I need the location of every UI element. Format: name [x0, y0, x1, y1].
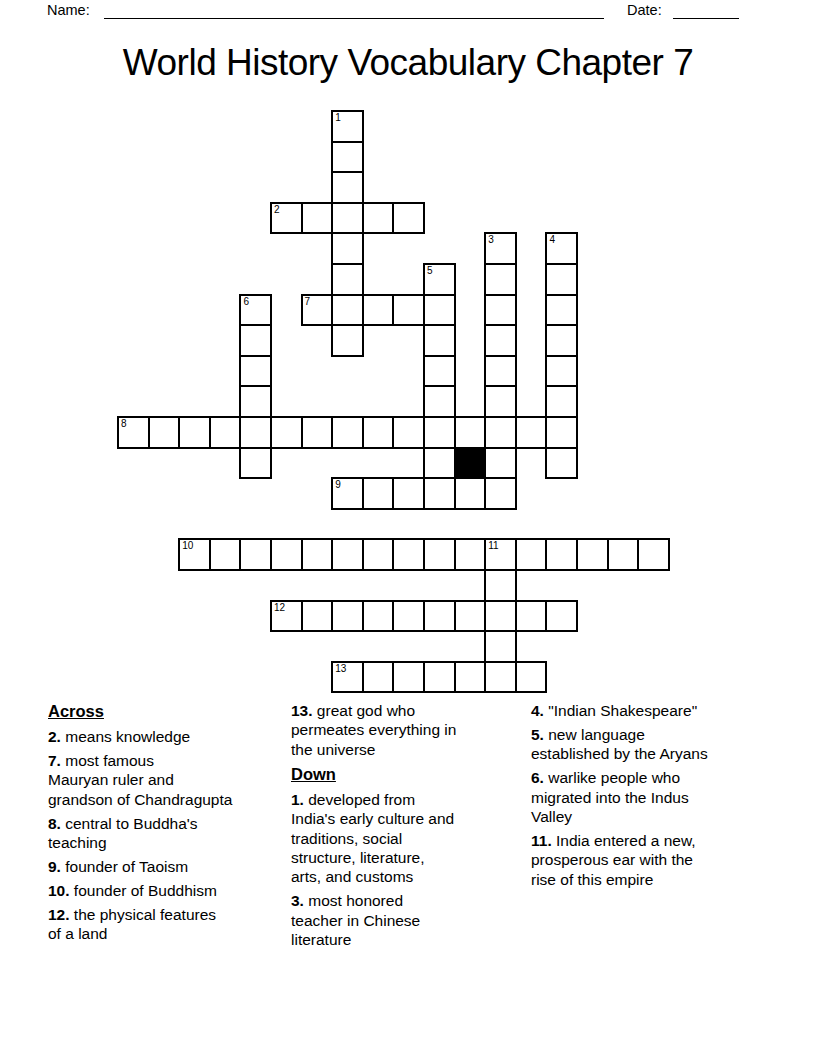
- clue-number: 12: [274, 602, 285, 613]
- clue-number: 13: [335, 663, 346, 674]
- crossword-cell[interactable]: [484, 263, 517, 296]
- crossword-cell[interactable]: [545, 447, 578, 480]
- crossword-cell[interactable]: [484, 477, 517, 510]
- crossword-cell[interactable]: [301, 416, 334, 449]
- clue-across-8: 8. central to Buddha's teaching: [48, 814, 285, 853]
- crossword-cell[interactable]: [545, 355, 578, 388]
- clues-down-heading: Down: [291, 764, 524, 784]
- crossword-cell[interactable]: [392, 477, 425, 510]
- crossword-cell[interactable]: [515, 538, 548, 571]
- clue-number-label: 4.: [531, 702, 544, 719]
- clue-number-label: 7.: [48, 752, 61, 769]
- clue-down-6: 6. warlike people who migrated into the …: [531, 768, 769, 826]
- crossword-cell[interactable]: [331, 263, 364, 296]
- crossword-cell[interactable]: [301, 538, 334, 571]
- crossword-cell[interactable]: [515, 600, 548, 633]
- crossword-cell[interactable]: [423, 447, 456, 480]
- clue-number-label: 11.: [531, 832, 552, 849]
- clue-number: 5: [427, 265, 433, 276]
- crossword-cell[interactable]: [484, 661, 517, 694]
- crossword-cell[interactable]: [423, 416, 456, 449]
- clue-text: central to Buddha's teaching: [48, 815, 197, 851]
- clue-across-13: 13. great god who permeates everything i…: [291, 701, 524, 759]
- clue-text: most honored teacher in Chinese literatu…: [291, 892, 420, 948]
- clue-number: 3: [488, 234, 494, 245]
- date-input-line[interactable]: [673, 18, 739, 19]
- crossword-cell[interactable]: [392, 538, 425, 571]
- crossword-cell[interactable]: [545, 600, 578, 633]
- clue-across-12: 12. the physical features of a land: [48, 905, 285, 944]
- crossword-cell[interactable]: [301, 202, 334, 235]
- clue-number: 11: [488, 540, 498, 551]
- clue-across-2: 2. means knowledge: [48, 727, 285, 746]
- crossword-cell[interactable]: 6: [239, 294, 272, 327]
- clue-number-label: 8.: [48, 815, 61, 832]
- clue-down-3: 3. most honored teacher in Chinese liter…: [291, 891, 524, 949]
- crossword-cell[interactable]: [423, 324, 456, 357]
- clue-text: founder of Buddhism: [70, 882, 217, 899]
- crossword-cell[interactable]: 1: [331, 110, 364, 143]
- clue-down-1: 1. developed from India's early culture …: [291, 790, 524, 887]
- crossword-cell[interactable]: [484, 324, 517, 357]
- crossword-cell[interactable]: [484, 569, 517, 602]
- crossword-cell[interactable]: [454, 661, 487, 694]
- crossword-cell[interactable]: [484, 600, 517, 633]
- clue-text: developed from India's early culture and…: [291, 791, 454, 886]
- crossword-cell[interactable]: [209, 416, 242, 449]
- crossword-cell[interactable]: [423, 600, 456, 633]
- crossword-cell[interactable]: [454, 538, 487, 571]
- clue-number: 1: [335, 112, 341, 123]
- crossword-cell[interactable]: [607, 538, 640, 571]
- clues-column-3: 4. "Indian Shakespeare"5. new language e…: [531, 701, 769, 894]
- crossword-cell[interactable]: [392, 202, 425, 235]
- crossword-cell[interactable]: [392, 600, 425, 633]
- crossword-cell[interactable]: [637, 538, 670, 571]
- crossword-cell[interactable]: [423, 355, 456, 388]
- crossword-cell[interactable]: [239, 385, 272, 418]
- clue-text: great god who permeates everything in th…: [291, 702, 456, 758]
- crossword-cell[interactable]: [239, 447, 272, 480]
- clue-text: "Indian Shakespeare": [544, 702, 697, 719]
- clue-number: 2: [274, 204, 280, 215]
- crossword-cell[interactable]: [484, 630, 517, 663]
- crossword-cell[interactable]: 7: [301, 294, 334, 327]
- crossword-cell[interactable]: 3: [484, 232, 517, 265]
- crossword-cell[interactable]: [239, 324, 272, 357]
- crossword-cell[interactable]: [362, 294, 395, 327]
- crossword-cell[interactable]: [454, 416, 487, 449]
- crossword-cell[interactable]: [148, 416, 181, 449]
- crossword-cell[interactable]: [576, 538, 609, 571]
- crossword-cell[interactable]: 11: [484, 538, 517, 571]
- crossword-cell[interactable]: [270, 538, 303, 571]
- clue-number-label: 6.: [531, 769, 544, 786]
- crossword-cell[interactable]: [331, 294, 364, 327]
- crossword-cell[interactable]: 13: [331, 661, 364, 694]
- crossword-cell[interactable]: [515, 416, 548, 449]
- clue-number: 10: [182, 540, 193, 551]
- crossword-cell[interactable]: [362, 600, 395, 633]
- crossword-cell[interactable]: [362, 538, 395, 571]
- clue-number: 4: [549, 234, 555, 245]
- clue-across-10: 10. founder of Buddhism: [48, 881, 285, 900]
- crossword-cell[interactable]: [423, 661, 456, 694]
- clue-text: most famous Mauryan ruler and grandson o…: [48, 752, 232, 808]
- clue-down-11: 11. India entered a new, prosperous ear …: [531, 831, 769, 889]
- crossword-cell[interactable]: [454, 477, 487, 510]
- block-cell: [454, 447, 487, 480]
- crossword-cell[interactable]: [209, 538, 242, 571]
- clue-number-label: 5.: [531, 726, 544, 743]
- crossword-cell[interactable]: [331, 232, 364, 265]
- crossword-cell[interactable]: [423, 385, 456, 418]
- clue-number: 7: [305, 296, 311, 307]
- crossword-cell[interactable]: [545, 324, 578, 357]
- clue-number-label: 10.: [48, 882, 70, 899]
- name-label: Name:: [47, 2, 90, 18]
- clue-number-label: 2.: [48, 728, 61, 745]
- crossword-cell[interactable]: [545, 263, 578, 296]
- crossword-cell[interactable]: [392, 416, 425, 449]
- name-input-line[interactable]: [104, 18, 604, 19]
- crossword-cell[interactable]: 5: [423, 263, 456, 296]
- clue-number-label: 3.: [291, 892, 304, 909]
- crossword-cell[interactable]: [545, 294, 578, 327]
- crossword-cell[interactable]: [392, 294, 425, 327]
- crossword-cell[interactable]: 9: [331, 477, 364, 510]
- crossword-cell[interactable]: [178, 416, 211, 449]
- date-label: Date:: [627, 2, 662, 18]
- crossword-cell[interactable]: 2: [270, 202, 303, 235]
- crossword-cell[interactable]: [362, 416, 395, 449]
- crossword-cell[interactable]: [331, 416, 364, 449]
- clue-number: 9: [335, 479, 341, 490]
- clues-column-2: 13. great god who permeates everything i…: [291, 701, 524, 954]
- clue-text: means knowledge: [61, 728, 190, 745]
- crossword-cell[interactable]: [423, 477, 456, 510]
- crossword-cell[interactable]: [484, 355, 517, 388]
- clue-number-label: 1.: [291, 791, 304, 808]
- crossword-cell[interactable]: [331, 202, 364, 235]
- crossword-cell[interactable]: [423, 294, 456, 327]
- crossword-cell[interactable]: [331, 600, 364, 633]
- clues-across-heading: Across: [48, 701, 285, 721]
- crossword-cell[interactable]: [423, 538, 456, 571]
- crossword-cell[interactable]: [515, 661, 548, 694]
- clue-down-4: 4. "Indian Shakespeare": [531, 701, 769, 720]
- crossword-cell[interactable]: [301, 600, 334, 633]
- clue-number-label: 13.: [291, 702, 313, 719]
- clue-number: 6: [243, 296, 249, 307]
- crossword-cell[interactable]: [331, 324, 364, 357]
- crossword-cell[interactable]: [362, 202, 395, 235]
- clue-down-5: 5. new language established by the Aryan…: [531, 725, 769, 764]
- crossword-cell[interactable]: [362, 661, 395, 694]
- crossword-cell[interactable]: [545, 538, 578, 571]
- clue-across-7: 7. most famous Mauryan ruler and grandso…: [48, 751, 285, 809]
- clue-text: the physical features of a land: [48, 906, 216, 942]
- crossword-cell[interactable]: [545, 416, 578, 449]
- crossword-cell[interactable]: 12: [270, 600, 303, 633]
- crossword-cell[interactable]: [239, 355, 272, 388]
- crossword-cell[interactable]: [331, 538, 364, 571]
- crossword-cell[interactable]: 4: [545, 232, 578, 265]
- crossword-cell[interactable]: [270, 416, 303, 449]
- crossword-cell[interactable]: [239, 416, 272, 449]
- clue-text: warlike people who migrated into the Ind…: [531, 769, 689, 825]
- crossword-cell[interactable]: [484, 294, 517, 327]
- clue-text: founder of Taoism: [61, 858, 188, 875]
- clues-column-1: Across2. means knowledge7. most famous M…: [48, 701, 285, 948]
- clue-across-9: 9. founder of Taoism: [48, 857, 285, 876]
- page-title: World History Vocabulary Chapter 7: [0, 40, 816, 86]
- clue-number-label: 12.: [48, 906, 70, 923]
- crossword-cell[interactable]: [454, 600, 487, 633]
- crossword-cell[interactable]: [484, 416, 517, 449]
- clue-number: 8: [121, 418, 127, 429]
- crossword-cell[interactable]: 10: [178, 538, 211, 571]
- crossword-cell[interactable]: [484, 447, 517, 480]
- crossword-grid: 12345678910111213: [117, 110, 670, 694]
- crossword-cell[interactable]: [545, 385, 578, 418]
- clue-text: India entered a new, prosperous ear with…: [531, 832, 696, 888]
- crossword-cell[interactable]: [331, 171, 364, 204]
- crossword-cell[interactable]: [331, 141, 364, 174]
- clue-text: new language established by the Aryans: [531, 726, 708, 762]
- crossword-cell[interactable]: [484, 385, 517, 418]
- crossword-cell[interactable]: 8: [117, 416, 150, 449]
- crossword-cell[interactable]: [362, 477, 395, 510]
- crossword-cell[interactable]: [392, 661, 425, 694]
- clue-number-label: 9.: [48, 858, 61, 875]
- crossword-cell[interactable]: [239, 538, 272, 571]
